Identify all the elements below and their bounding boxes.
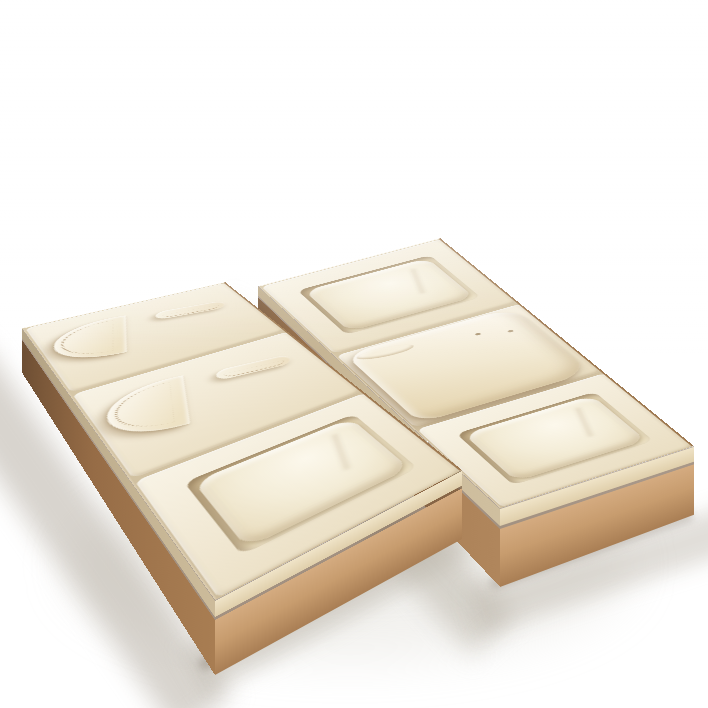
perforation-dots — [345, 354, 349, 356]
product-photo — [0, 0, 708, 708]
watch-pillow — [464, 395, 647, 481]
bar-earring-pad — [155, 300, 226, 320]
perforation-dots — [162, 305, 219, 318]
halfmoon-earring-pad — [51, 315, 126, 366]
pillow-crease — [332, 433, 349, 469]
bar-earring-pad — [215, 354, 292, 381]
halfmoon-earring-pad — [107, 375, 190, 444]
perforation-dots — [59, 320, 113, 361]
pillow-crease — [575, 407, 592, 436]
perforation-dots — [115, 382, 175, 437]
watch-pillow — [304, 258, 474, 331]
pillow-crease — [411, 268, 424, 293]
perforation-dots — [224, 360, 286, 378]
